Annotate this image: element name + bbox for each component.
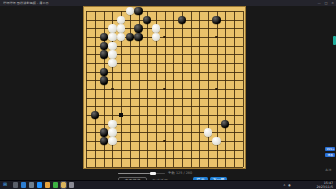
black-stone — [100, 76, 108, 84]
grid-line-v — [208, 11, 209, 167]
grid-line-h — [86, 106, 242, 107]
white-stone — [152, 33, 160, 41]
grid-line-v — [173, 11, 174, 167]
progress-track[interactable] — [118, 173, 165, 175]
go-board[interactable] — [83, 6, 246, 170]
taskbar-app[interactable] — [37, 182, 42, 187]
grid-line-v — [191, 11, 192, 167]
minimize-button[interactable]: — — [317, 1, 320, 5]
white-stone — [108, 120, 116, 128]
grid-line-h — [86, 150, 242, 151]
scroll-accent-bar — [333, 36, 335, 45]
grid-line-h — [86, 98, 242, 99]
grid-line-v — [199, 11, 200, 167]
white-stone — [212, 137, 220, 145]
white-stone — [108, 42, 116, 50]
taskbar-apps — [13, 182, 74, 187]
window-controls: — □ ✕ — [317, 0, 334, 6]
black-stone — [100, 50, 108, 58]
white-stone — [152, 24, 160, 32]
grid-line-h — [86, 115, 242, 116]
maximize-button[interactable]: □ — [324, 1, 327, 5]
black-stone — [100, 33, 108, 41]
taskbar-app[interactable] — [45, 182, 50, 187]
black-stone — [100, 42, 108, 50]
white-stone — [108, 128, 116, 136]
black-stone — [100, 137, 108, 145]
grid-line-v — [234, 11, 235, 167]
black-stone — [134, 24, 142, 32]
black-stone — [126, 33, 134, 41]
white-stone — [108, 33, 116, 41]
white-stone — [117, 16, 125, 24]
taskbar-app[interactable] — [13, 182, 18, 187]
star-point — [163, 88, 165, 90]
black-stone — [100, 68, 108, 76]
desktop-screen: 哔哩哔哩 围棋讲解视频 - 播放器 — □ ✕ 手数 125 / 280 查看棋… — [0, 0, 336, 189]
grid-line-v — [182, 11, 183, 167]
black-stone — [91, 111, 99, 119]
black-stone — [143, 16, 151, 24]
taskbar: ⊞ ∧ ◉ 15:47 2023/11/5 — [0, 180, 336, 189]
taskbar-app[interactable] — [69, 182, 74, 187]
grid-line-h — [86, 158, 242, 159]
progress-label: 手数 125 / 280 — [168, 171, 192, 175]
star-point — [111, 88, 113, 90]
white-stone — [126, 7, 134, 15]
like-badge[interactable]: 999+ — [325, 147, 336, 152]
star-point — [163, 140, 165, 142]
tray-icons[interactable]: ∧ ◉ — [283, 183, 292, 187]
black-stone — [134, 33, 142, 41]
black-stone — [221, 120, 229, 128]
square-marker — [119, 113, 122, 116]
start-button[interactable]: ⊞ — [3, 182, 7, 188]
white-stone — [108, 24, 116, 32]
grid-line-v — [243, 11, 244, 167]
black-stone — [100, 128, 108, 136]
star-point — [163, 36, 165, 38]
black-stone — [178, 16, 186, 24]
white-stone — [108, 137, 116, 145]
taskbar-app[interactable] — [21, 182, 26, 187]
close-button[interactable]: ✕ — [331, 1, 334, 5]
taskbar-clock[interactable]: 15:47 2023/11/5 — [295, 181, 333, 189]
white-stone — [117, 24, 125, 32]
white-stone — [108, 50, 116, 58]
window-titlebar: 哔哩哔哩 围棋讲解视频 - 播放器 — □ ✕ — [0, 0, 336, 6]
black-stone — [134, 7, 142, 15]
star-point — [215, 36, 217, 38]
star-point — [215, 88, 217, 90]
taskbar-app[interactable] — [29, 182, 34, 187]
window-title: 哔哩哔哩 围棋讲解视频 - 播放器 — [3, 1, 49, 5]
taskbar-app[interactable] — [53, 182, 58, 187]
grid-line-v — [225, 11, 226, 167]
taskbar-app-active[interactable] — [61, 182, 66, 187]
black-stone — [212, 16, 220, 24]
progress-fill — [118, 173, 150, 175]
danmaku-badge[interactable]: 弹幕 — [325, 153, 336, 158]
quality-label[interactable]: 高清 — [325, 168, 331, 172]
white-stone — [204, 128, 212, 136]
white-stone — [117, 33, 125, 41]
progress-thumb[interactable] — [150, 172, 156, 175]
white-stone — [108, 59, 116, 67]
clock-date: 2023/11/5 — [303, 185, 333, 188]
grid-line-h — [86, 167, 242, 168]
